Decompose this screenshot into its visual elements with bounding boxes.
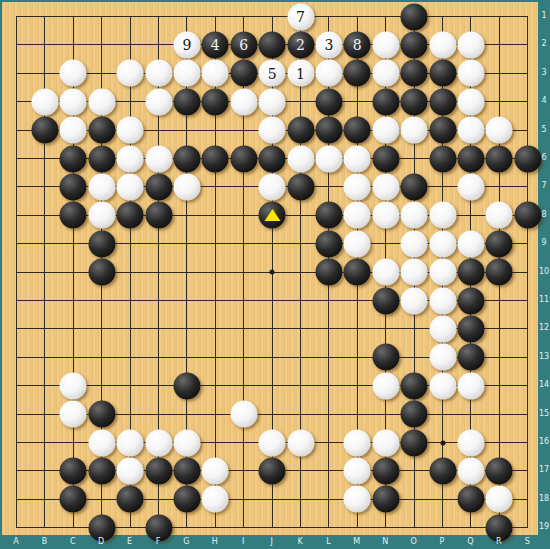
stone-black[interactable] <box>401 429 428 456</box>
stone-black[interactable] <box>88 401 115 428</box>
stone-black[interactable] <box>259 145 286 172</box>
stone-white[interactable] <box>287 429 314 456</box>
stone-white[interactable] <box>429 31 456 58</box>
row-label-9: 9 <box>541 239 546 247</box>
stone-white[interactable] <box>117 173 144 200</box>
row-label-6: 6 <box>541 154 546 162</box>
stone-black[interactable] <box>60 145 87 172</box>
stone-white[interactable] <box>457 88 484 115</box>
stone-black[interactable] <box>401 401 428 428</box>
stone-black[interactable] <box>344 117 371 144</box>
stone-black[interactable] <box>202 88 229 115</box>
column-label-G: G <box>183 538 189 546</box>
stone-white[interactable] <box>372 117 399 144</box>
column-label-J: J <box>270 538 272 546</box>
grid-line-vertical <box>527 16 528 528</box>
row-label-17: 17 <box>539 466 549 474</box>
row-label-12: 12 <box>539 324 549 332</box>
stone-black[interactable] <box>60 202 87 229</box>
stone-white[interactable] <box>230 88 257 115</box>
column-label-E: E <box>127 538 132 546</box>
stone-black[interactable] <box>429 117 456 144</box>
stone-black[interactable] <box>145 173 172 200</box>
stone-white[interactable] <box>486 117 513 144</box>
stone-black[interactable] <box>315 88 342 115</box>
stone-black[interactable] <box>486 457 513 484</box>
go-board[interactable]: 794623851 <box>2 2 538 535</box>
row-label-1: 1 <box>541 12 546 20</box>
stone-white[interactable] <box>117 117 144 144</box>
stone-black[interactable] <box>88 117 115 144</box>
stone-black[interactable] <box>88 230 115 257</box>
stone-black[interactable] <box>401 173 428 200</box>
column-label-P: P <box>440 538 445 546</box>
stone-black[interactable] <box>117 486 144 513</box>
stone-white[interactable] <box>60 60 87 87</box>
column-label-A: A <box>13 538 18 546</box>
stone-black[interactable] <box>145 457 172 484</box>
stone-white[interactable] <box>88 429 115 456</box>
stone-black[interactable] <box>429 145 456 172</box>
stone-white[interactable] <box>486 486 513 513</box>
stone-black[interactable] <box>429 457 456 484</box>
stone-black[interactable] <box>315 202 342 229</box>
stone-black[interactable] <box>457 315 484 342</box>
stone-white[interactable] <box>457 173 484 200</box>
stone-white[interactable] <box>372 429 399 456</box>
stone-black[interactable] <box>259 31 286 58</box>
column-label-I: I <box>242 538 244 546</box>
stone-black[interactable] <box>486 259 513 286</box>
row-label-4: 4 <box>541 97 546 105</box>
stone-white[interactable] <box>60 117 87 144</box>
column-label-D: D <box>98 538 104 546</box>
stone-black[interactable] <box>88 457 115 484</box>
stone-white[interactable] <box>344 173 371 200</box>
stone-black[interactable] <box>315 117 342 144</box>
stone-white[interactable] <box>401 202 428 229</box>
stone-black[interactable] <box>457 486 484 513</box>
stone-white[interactable] <box>401 230 428 257</box>
stone-white[interactable] <box>401 259 428 286</box>
stone-white[interactable] <box>117 429 144 456</box>
stone-white[interactable] <box>429 344 456 371</box>
stone-white[interactable] <box>429 372 456 399</box>
stone-white[interactable] <box>173 429 200 456</box>
stone-white[interactable] <box>202 486 229 513</box>
stone-black-move-2[interactable]: 2 <box>287 31 314 58</box>
stone-white[interactable] <box>401 117 428 144</box>
stone-black[interactable] <box>372 145 399 172</box>
row-label-2: 2 <box>541 40 546 48</box>
stone-white[interactable] <box>457 31 484 58</box>
row-label-8: 8 <box>541 211 546 219</box>
stone-black[interactable] <box>429 88 456 115</box>
stone-black[interactable] <box>401 3 428 30</box>
stone-white[interactable] <box>372 372 399 399</box>
stone-white[interactable] <box>344 202 371 229</box>
column-label-B: B <box>42 538 48 546</box>
stone-black[interactable] <box>230 145 257 172</box>
column-label-H: H <box>212 538 218 546</box>
stone-black[interactable] <box>457 344 484 371</box>
row-label-5: 5 <box>541 126 546 134</box>
stone-white[interactable] <box>117 60 144 87</box>
stone-black[interactable] <box>173 145 200 172</box>
stone-black[interactable] <box>372 457 399 484</box>
stone-white[interactable] <box>259 429 286 456</box>
row-label-14: 14 <box>539 381 549 389</box>
row-label-18: 18 <box>539 495 549 503</box>
stone-white[interactable] <box>429 287 456 314</box>
column-label-C: C <box>70 538 76 546</box>
stone-white[interactable] <box>315 60 342 87</box>
column-label-F: F <box>156 538 161 546</box>
stone-black[interactable] <box>401 372 428 399</box>
stone-black[interactable] <box>60 486 87 513</box>
stone-white[interactable] <box>287 145 314 172</box>
stone-white[interactable] <box>31 88 58 115</box>
stone-black[interactable] <box>173 486 200 513</box>
stone-black[interactable] <box>486 230 513 257</box>
stone-white[interactable] <box>60 372 87 399</box>
stone-black-move-8[interactable]: 8 <box>344 31 371 58</box>
hoshi-dot <box>270 270 275 275</box>
stone-black[interactable] <box>344 60 371 87</box>
stone-white[interactable] <box>88 88 115 115</box>
triangle-marker <box>264 209 280 221</box>
stone-black[interactable] <box>31 117 58 144</box>
column-label-O: O <box>410 538 416 546</box>
row-label-19: 19 <box>539 523 549 531</box>
stone-white[interactable] <box>88 202 115 229</box>
stone-black-move-6[interactable]: 6 <box>230 31 257 58</box>
stone-white-move-7[interactable]: 7 <box>287 3 314 30</box>
stone-black[interactable] <box>457 287 484 314</box>
stone-black[interactable] <box>259 202 286 229</box>
stone-white[interactable] <box>429 230 456 257</box>
stone-white[interactable] <box>372 202 399 229</box>
stone-white[interactable] <box>145 429 172 456</box>
stone-black[interactable] <box>173 88 200 115</box>
hoshi-dot <box>440 440 445 445</box>
column-label-Q: Q <box>467 538 473 546</box>
stone-black[interactable] <box>401 31 428 58</box>
column-label-L: L <box>326 538 330 546</box>
stone-white[interactable] <box>457 117 484 144</box>
stone-black[interactable] <box>315 259 342 286</box>
stone-white[interactable] <box>372 173 399 200</box>
row-label-7: 7 <box>541 182 546 190</box>
column-label-N: N <box>382 538 388 546</box>
row-label-15: 15 <box>539 410 549 418</box>
row-label-3: 3 <box>541 69 546 77</box>
stone-white[interactable] <box>202 457 229 484</box>
stone-black[interactable] <box>372 88 399 115</box>
stone-black[interactable] <box>486 145 513 172</box>
stone-black[interactable] <box>88 145 115 172</box>
column-label-S: S <box>525 538 530 546</box>
stone-white-move-5[interactable]: 5 <box>259 60 286 87</box>
stone-white[interactable] <box>372 60 399 87</box>
stone-white[interactable] <box>60 88 87 115</box>
stone-white[interactable] <box>401 287 428 314</box>
stone-white[interactable] <box>457 372 484 399</box>
stone-black[interactable] <box>287 117 314 144</box>
stone-white[interactable] <box>429 259 456 286</box>
stone-white[interactable] <box>372 259 399 286</box>
column-label-R: R <box>496 538 502 546</box>
stone-white[interactable] <box>145 60 172 87</box>
row-label-16: 16 <box>539 438 549 446</box>
stone-white[interactable] <box>457 60 484 87</box>
stone-black[interactable] <box>401 60 428 87</box>
stone-black[interactable] <box>401 88 428 115</box>
stone-black[interactable] <box>202 145 229 172</box>
stone-white[interactable] <box>60 401 87 428</box>
stone-black[interactable] <box>259 457 286 484</box>
stone-white[interactable] <box>117 457 144 484</box>
stone-white-move-1[interactable]: 1 <box>287 60 314 87</box>
stone-white[interactable] <box>173 60 200 87</box>
stone-black[interactable] <box>230 60 257 87</box>
stone-white[interactable] <box>344 486 371 513</box>
stone-black[interactable] <box>117 202 144 229</box>
stone-white[interactable] <box>145 145 172 172</box>
stone-white[interactable] <box>117 145 144 172</box>
stone-black[interactable] <box>60 173 87 200</box>
stone-white[interactable] <box>429 315 456 342</box>
stone-black[interactable] <box>457 145 484 172</box>
stone-white[interactable] <box>344 457 371 484</box>
row-label-10: 10 <box>539 268 549 276</box>
stone-white[interactable] <box>344 429 371 456</box>
row-label-11: 11 <box>539 296 549 304</box>
stone-white[interactable] <box>457 429 484 456</box>
go-app-window: 794623851 12345678910111213141516171819 … <box>0 0 550 549</box>
column-label-K: K <box>297 538 302 546</box>
stone-white[interactable] <box>202 60 229 87</box>
column-label-M: M <box>353 538 360 546</box>
stone-black[interactable] <box>344 259 371 286</box>
stone-black[interactable] <box>372 486 399 513</box>
stone-white[interactable] <box>429 202 456 229</box>
stone-white[interactable] <box>88 173 115 200</box>
row-coordinates-strip: 12345678910111213141516171819 <box>538 0 550 549</box>
stone-white[interactable] <box>486 202 513 229</box>
column-coordinates-strip: ABCDEFGHIJKLMNOPQRS <box>0 535 550 549</box>
stone-white[interactable] <box>372 31 399 58</box>
stone-white[interactable] <box>259 88 286 115</box>
stone-white[interactable] <box>173 173 200 200</box>
stone-white[interactable] <box>259 173 286 200</box>
stone-white[interactable] <box>230 401 257 428</box>
grid-line-horizontal <box>16 499 528 500</box>
stone-black[interactable] <box>287 173 314 200</box>
stone-black[interactable] <box>145 202 172 229</box>
stone-white[interactable] <box>145 88 172 115</box>
stone-white[interactable] <box>457 457 484 484</box>
stone-black[interactable] <box>457 259 484 286</box>
stone-black[interactable] <box>372 344 399 371</box>
stone-white[interactable] <box>259 117 286 144</box>
stone-black[interactable] <box>60 457 87 484</box>
stone-white[interactable] <box>344 230 371 257</box>
row-label-13: 13 <box>539 353 549 361</box>
stone-black[interactable] <box>173 372 200 399</box>
stone-black[interactable] <box>429 60 456 87</box>
stone-white-move-9[interactable]: 9 <box>173 31 200 58</box>
stone-black[interactable] <box>173 457 200 484</box>
stone-black[interactable] <box>315 230 342 257</box>
stone-white[interactable] <box>344 145 371 172</box>
stone-white-move-3[interactable]: 3 <box>315 31 342 58</box>
stone-black[interactable] <box>372 287 399 314</box>
stone-black-move-4[interactable]: 4 <box>202 31 229 58</box>
stone-black[interactable] <box>88 259 115 286</box>
stone-white[interactable] <box>457 230 484 257</box>
stone-white[interactable] <box>315 145 342 172</box>
